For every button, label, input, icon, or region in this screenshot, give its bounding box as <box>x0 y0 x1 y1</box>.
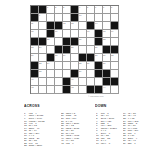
clue-number: 40 <box>31 78 33 80</box>
clue-number: 12 <box>63 22 65 24</box>
clue-number: 10 <box>79 14 81 16</box>
clue-number: 26 <box>95 46 97 48</box>
answer-cell: 1 <box>47 6 55 14</box>
answer-cell: 30 <box>95 54 103 62</box>
answer-cell <box>111 70 119 78</box>
answer-cell: 12 <box>63 22 71 30</box>
clue-item: 23. 3725 − 3286 = <box>24 144 62 146</box>
answer-cell: 10 <box>79 14 87 22</box>
answer-cell: 8 <box>111 6 119 14</box>
clue-number: 16 <box>55 30 57 32</box>
answer-cell <box>87 46 95 54</box>
clue-number: 36 <box>87 62 89 64</box>
answer-cell <box>39 22 47 30</box>
clue-item: 42. 612 ÷ 9 = <box>61 142 99 144</box>
clue-item-expression: 6344 ÷ 8 = <box>100 142 112 144</box>
across-header: ACROSS <box>24 104 40 107</box>
answer-cell <box>39 78 47 86</box>
clue-number: 19 <box>111 30 113 32</box>
clue-number: 34 <box>47 62 49 64</box>
answer-cell <box>71 54 79 62</box>
answer-cell <box>111 62 119 70</box>
black-cell <box>47 22 55 30</box>
clue-number: 29 <box>63 54 65 56</box>
answer-cell: 15 <box>31 30 39 38</box>
answer-cell: 34 <box>47 62 55 70</box>
answer-cell <box>87 38 95 46</box>
clue-number: 21 <box>79 38 81 40</box>
clue-number: 5 <box>87 6 88 8</box>
answer-cell: 25 <box>71 46 79 54</box>
clue-number: 17 <box>87 30 89 32</box>
answer-cell <box>87 70 95 78</box>
down-header: DOWN <box>95 104 106 107</box>
answer-cell <box>71 30 79 38</box>
answer-cell <box>79 22 87 30</box>
answer-cell <box>39 86 47 94</box>
answer-cell: 32 <box>111 54 119 62</box>
clue-item: 39. 336 ÷ 7 = <box>123 142 150 144</box>
answer-cell <box>47 86 55 94</box>
answer-cell <box>55 70 63 78</box>
answer-cell: 3 <box>63 6 71 14</box>
answer-cell <box>55 38 63 46</box>
answer-cell <box>111 38 119 46</box>
answer-cell: 24 <box>39 46 47 54</box>
answer-cell <box>63 62 71 70</box>
answer-cell <box>95 78 103 86</box>
black-cell <box>95 30 103 38</box>
clue-number: 32 <box>111 54 113 56</box>
answer-cell <box>111 14 119 22</box>
clue-number: 18 <box>103 30 105 32</box>
clue-number: 41 <box>71 78 73 80</box>
clue-number: 35 <box>79 62 81 64</box>
clue-number: 2 <box>55 6 56 8</box>
answer-cell: 9 <box>39 14 47 22</box>
answer-cell: 29 <box>63 54 71 62</box>
clue-number: 43 <box>71 86 73 88</box>
clue-number: 38 <box>39 70 41 72</box>
answer-cell: 21 <box>79 38 87 46</box>
black-cell <box>95 62 103 70</box>
clue-number: 30 <box>95 54 97 56</box>
answer-cell <box>71 62 79 70</box>
clue-number: 9 <box>39 14 40 16</box>
answer-cell: 27 <box>31 54 39 62</box>
clue-item-expression: 612 ÷ 9 = <box>65 142 76 144</box>
black-cell <box>31 6 39 14</box>
answer-cell: 43 <box>71 86 79 94</box>
answer-cell <box>111 86 119 94</box>
answer-cell <box>55 86 63 94</box>
answer-cell: 38 <box>39 70 47 78</box>
down-clues-column-2: 19. 45 + 38 =20. 95 − 41 =23. 4 × 12 =24… <box>123 112 150 144</box>
black-cell <box>87 86 95 94</box>
answer-cell: 42 <box>31 86 39 94</box>
answer-cell <box>63 30 71 38</box>
across-clues-column-2: 25. 1208 × 3 =27. 1035 ÷ 45 =28. 112 + 7… <box>61 112 99 144</box>
black-cell <box>95 70 103 78</box>
clue-number: 15 <box>31 30 33 32</box>
clue-item-expression: 336 ÷ 7 = <box>127 142 138 144</box>
clue-number: 25 <box>71 46 73 48</box>
black-cell <box>63 78 71 86</box>
answer-cell: 44 <box>103 86 111 94</box>
answer-cell: 5 <box>87 6 95 14</box>
clue-number: 37 <box>103 62 105 64</box>
clue-number: 33 <box>39 62 41 64</box>
clue-number: 6 <box>95 6 96 8</box>
answer-cell: 22 <box>103 38 111 46</box>
answer-cell <box>39 30 47 38</box>
across-clues-column-1: 1. 912 ÷ 4 =4. 7586 + 24631 =9. 5617 + 1… <box>24 112 62 147</box>
answer-cell <box>47 14 55 22</box>
answer-cell <box>55 14 63 22</box>
clue-number: 3 <box>63 6 64 8</box>
black-cell <box>103 70 111 78</box>
black-cell <box>63 38 71 46</box>
black-cell <box>71 6 79 14</box>
answer-cell: 16 <box>55 30 63 38</box>
answer-cell: 17 <box>87 30 95 38</box>
clue-number: 31 <box>103 54 105 56</box>
answer-cell <box>87 14 95 22</box>
answer-cell <box>87 78 95 86</box>
answer-cell: 36 <box>87 62 95 70</box>
answer-cell <box>79 78 87 86</box>
attribution: © education.com <box>88 95 99 97</box>
clue-number: 23 <box>31 46 33 48</box>
black-cell <box>95 86 103 94</box>
clue-number: 8 <box>111 6 112 8</box>
clue-number: 11 <box>31 22 33 24</box>
black-cell <box>111 78 119 86</box>
clue-number: 44 <box>103 86 105 88</box>
answer-cell: 37 <box>103 62 111 70</box>
answer-cell <box>63 70 71 78</box>
clue-number: 4 <box>79 6 80 8</box>
answer-cell <box>47 70 55 78</box>
clue-item-expression: 3725 − 3286 = <box>28 144 44 146</box>
black-cell <box>63 86 71 94</box>
clue-number: 42 <box>31 86 33 88</box>
answer-cell <box>103 14 111 22</box>
answer-cell <box>47 46 55 54</box>
clue-number: 24 <box>39 46 41 48</box>
answer-cell: 28 <box>55 54 63 62</box>
clue-number: 39 <box>79 70 81 72</box>
black-cell <box>31 62 39 70</box>
answer-cell: 39 <box>79 70 87 78</box>
clue-number: 28 <box>55 54 57 56</box>
answer-cell: 13 <box>71 22 79 30</box>
answer-cell: 20 <box>47 38 55 46</box>
answer-cell: 19 <box>111 30 119 38</box>
clue-number: 22 <box>103 38 105 40</box>
answer-cell: 6 <box>95 6 103 14</box>
clue-number: 20 <box>47 38 49 40</box>
clue-number: 13 <box>71 22 73 24</box>
clue-number: 7 <box>103 6 104 8</box>
answer-cell: 2 <box>55 6 63 14</box>
answer-cell <box>55 78 63 86</box>
puzzle-grid: 1234567891011121314151617181920212223242… <box>30 5 119 94</box>
answer-cell <box>47 78 55 86</box>
answer-cell <box>55 62 63 70</box>
clue-number: 27 <box>31 54 33 56</box>
clue-number: 1 <box>47 6 48 8</box>
answer-cell <box>79 46 87 54</box>
answer-cell: 7 <box>103 6 111 14</box>
answer-cell <box>79 86 87 94</box>
answer-cell: 14 <box>95 22 103 30</box>
clue-number: 14 <box>95 22 97 24</box>
